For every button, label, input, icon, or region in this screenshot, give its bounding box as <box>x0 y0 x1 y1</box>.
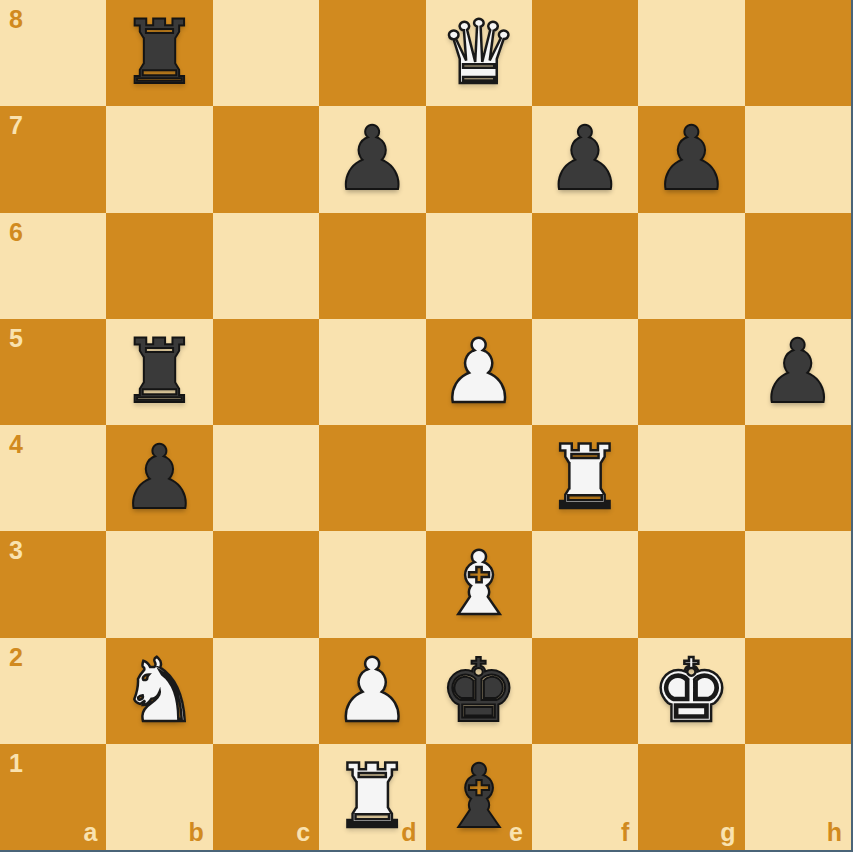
square-d7[interactable]: ♟ <box>319 106 425 212</box>
square-c8[interactable] <box>213 0 319 106</box>
rank-label-7: 7 <box>9 113 23 138</box>
square-h6[interactable] <box>745 213 851 319</box>
square-c1[interactable]: c <box>213 744 319 850</box>
square-b1[interactable]: b <box>106 744 212 850</box>
square-g6[interactable] <box>638 213 744 319</box>
square-a2[interactable]: 2 <box>0 638 106 744</box>
white-king[interactable]: ♚ <box>638 638 744 744</box>
square-e7[interactable] <box>426 106 532 212</box>
white-bishop[interactable]: ♝ <box>426 531 532 637</box>
square-f5[interactable] <box>532 319 638 425</box>
square-c5[interactable] <box>213 319 319 425</box>
square-a3[interactable]: 3 <box>0 531 106 637</box>
square-f8[interactable] <box>532 0 638 106</box>
square-g2[interactable]: ♚ <box>638 638 744 744</box>
square-c7[interactable] <box>213 106 319 212</box>
square-f2[interactable] <box>532 638 638 744</box>
white-rook[interactable]: ♜ <box>532 425 638 531</box>
square-e2[interactable]: ♚ <box>426 638 532 744</box>
square-a8[interactable]: 8 <box>0 0 106 106</box>
square-d5[interactable] <box>319 319 425 425</box>
square-g3[interactable] <box>638 531 744 637</box>
square-e6[interactable] <box>426 213 532 319</box>
square-d8[interactable] <box>319 0 425 106</box>
square-h2[interactable] <box>745 638 851 744</box>
rank-label-3: 3 <box>9 538 23 563</box>
black-pawn[interactable]: ♟ <box>532 106 638 212</box>
square-a7[interactable]: 7 <box>0 106 106 212</box>
white-pawn[interactable]: ♟ <box>426 319 532 425</box>
rank-label-4: 4 <box>9 432 23 457</box>
square-b6[interactable] <box>106 213 212 319</box>
square-e5[interactable]: ♟ <box>426 319 532 425</box>
black-rook[interactable]: ♜ <box>106 0 212 106</box>
square-e1[interactable]: e♝ <box>426 744 532 850</box>
file-label-a: a <box>83 820 97 845</box>
file-label-b: b <box>188 820 203 845</box>
square-f1[interactable]: f <box>532 744 638 850</box>
square-e8[interactable]: ♛ <box>426 0 532 106</box>
rank-label-1: 1 <box>9 751 23 776</box>
square-c6[interactable] <box>213 213 319 319</box>
rank-label-5: 5 <box>9 326 23 351</box>
square-b8[interactable]: ♜ <box>106 0 212 106</box>
square-f4[interactable]: ♜ <box>532 425 638 531</box>
white-knight[interactable]: ♞ <box>106 638 212 744</box>
square-h5[interactable]: ♟ <box>745 319 851 425</box>
white-rook[interactable]: ♜ <box>319 744 425 850</box>
square-b7[interactable] <box>106 106 212 212</box>
square-a4[interactable]: 4 <box>0 425 106 531</box>
square-a5[interactable]: 5 <box>0 319 106 425</box>
white-pawn[interactable]: ♟ <box>319 638 425 744</box>
square-d2[interactable]: ♟ <box>319 638 425 744</box>
square-g5[interactable] <box>638 319 744 425</box>
chess-board-frame: 8♜♛7♟♟♟65♜♟♟4♟♜3♝2♞♟♚♚1abcd♜e♝fgh <box>0 0 853 852</box>
square-h4[interactable] <box>745 425 851 531</box>
square-h1[interactable]: h <box>745 744 851 850</box>
square-g4[interactable] <box>638 425 744 531</box>
square-c3[interactable] <box>213 531 319 637</box>
square-g8[interactable] <box>638 0 744 106</box>
black-pawn[interactable]: ♟ <box>638 106 744 212</box>
black-rook[interactable]: ♜ <box>106 319 212 425</box>
file-label-h: h <box>827 820 842 845</box>
chess-board: 8♜♛7♟♟♟65♜♟♟4♟♜3♝2♞♟♚♚1abcd♜e♝fgh <box>0 0 851 850</box>
black-pawn[interactable]: ♟ <box>106 425 212 531</box>
rank-label-6: 6 <box>9 220 23 245</box>
square-d3[interactable] <box>319 531 425 637</box>
square-d6[interactable] <box>319 213 425 319</box>
square-e4[interactable] <box>426 425 532 531</box>
white-queen[interactable]: ♛ <box>426 0 532 106</box>
file-label-f: f <box>621 820 629 845</box>
square-a1[interactable]: 1a <box>0 744 106 850</box>
file-label-g: g <box>720 820 735 845</box>
square-f6[interactable] <box>532 213 638 319</box>
square-b2[interactable]: ♞ <box>106 638 212 744</box>
rank-label-2: 2 <box>9 645 23 670</box>
square-f7[interactable]: ♟ <box>532 106 638 212</box>
square-a6[interactable]: 6 <box>0 213 106 319</box>
square-b4[interactable]: ♟ <box>106 425 212 531</box>
square-b3[interactable] <box>106 531 212 637</box>
square-g7[interactable]: ♟ <box>638 106 744 212</box>
square-b5[interactable]: ♜ <box>106 319 212 425</box>
black-king[interactable]: ♚ <box>426 638 532 744</box>
square-c2[interactable] <box>213 638 319 744</box>
square-e3[interactable]: ♝ <box>426 531 532 637</box>
rank-label-8: 8 <box>9 7 23 32</box>
square-f3[interactable] <box>532 531 638 637</box>
square-h7[interactable] <box>745 106 851 212</box>
square-d4[interactable] <box>319 425 425 531</box>
square-d1[interactable]: d♜ <box>319 744 425 850</box>
square-c4[interactable] <box>213 425 319 531</box>
black-pawn[interactable]: ♟ <box>319 106 425 212</box>
square-g1[interactable]: g <box>638 744 744 850</box>
file-label-c: c <box>296 820 310 845</box>
square-h3[interactable] <box>745 531 851 637</box>
black-bishop[interactable]: ♝ <box>426 744 532 850</box>
square-h8[interactable] <box>745 0 851 106</box>
black-pawn[interactable]: ♟ <box>745 319 851 425</box>
